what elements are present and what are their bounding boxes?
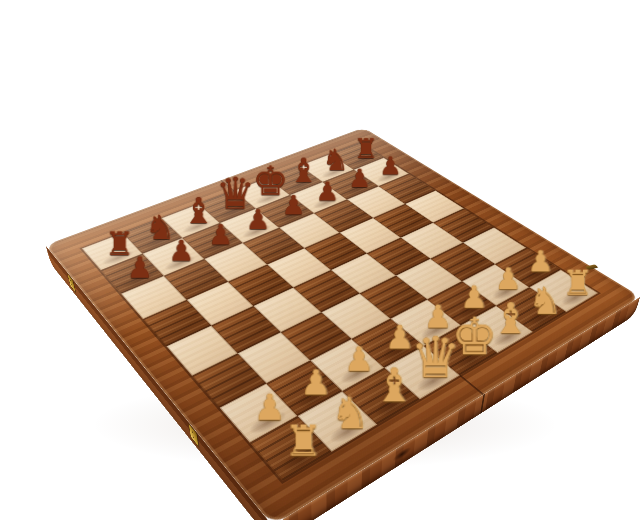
piece-shadow [371,392,412,420]
piece-shadow [558,287,592,308]
brass-latch [585,264,599,270]
piece-shadow [525,306,560,328]
product-photo-scene: ♜♞♝♛♚♝♞♜♟♟♟♟♟♟♟♟♟♟♟♟♟♟♟♟♜♞♝♛♚♝♞♜ [0,0,640,520]
square-f1: ♝ [461,306,533,353]
fold-seam-edge [480,393,485,414]
piece-shadow [326,416,369,446]
square-g1: ♞ [496,287,566,332]
fold-seam-far [221,180,235,191]
piece-shadow [453,346,491,371]
square-b4 [211,306,281,353]
piece-shadow [413,368,453,394]
piece-white-pawn-f2: ♟ [450,283,499,311]
fold-seam-near [459,375,484,395]
board-frame: ♜♞♝♛♚♝♞♜♟♟♟♟♟♟♟♟♟♟♟♟♟♟♟♟♜♞♝♛♚♝♞♜ [46,128,640,520]
piece-shadow [490,325,527,348]
piece-black-rook-h8: ♜ [347,136,385,161]
square-f5 [340,218,401,253]
piece-shadow [162,254,198,273]
brass-clasp [67,273,76,293]
piece-white-pawn-h2: ♟ [518,248,564,275]
chess-board: ♜♞♝♛♚♝♞♜♟♟♟♟♟♟♟♟♟♟♟♟♟♟♟♟♜♞♝♛♚♝♞♜ [46,128,640,520]
piece-shadow [278,443,323,475]
